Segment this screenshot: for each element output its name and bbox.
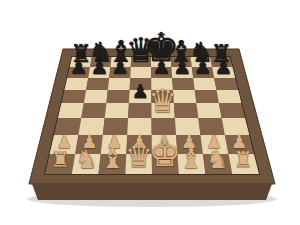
square-h4[interactable] [219, 103, 245, 118]
square-a4[interactable] [58, 103, 84, 118]
square-b5[interactable] [84, 90, 108, 103]
piece-black-pawn-g7[interactable]: ♟ [194, 57, 212, 77]
piece-white-queen-e4[interactable]: ♛ [149, 85, 178, 117]
piece-white-knight-g1[interactable]: ♞ [206, 146, 228, 171]
square-c5[interactable] [106, 90, 129, 103]
square-b4[interactable] [81, 103, 106, 118]
square-a5[interactable] [61, 90, 86, 103]
piece-black-pawn-h7[interactable]: ♟ [215, 57, 233, 77]
piece-white-king-e1[interactable]: ♚ [149, 136, 181, 172]
chess-board-photo: ♜♞♝♛♚♝♞♜♟♟♟♟♟♟♟♟♛♟♟♟♟♟♟♟♟♜♞♝♛♚♝♞♜ [0, 0, 300, 225]
piece-black-pawn-e7[interactable]: ♟ [153, 57, 171, 77]
piece-white-rook-a1[interactable]: ♜ [51, 149, 71, 171]
piece-white-bishop-c1[interactable]: ♝ [101, 144, 125, 171]
square-c4[interactable] [105, 103, 129, 118]
piece-white-bishop-f1[interactable]: ♝ [179, 144, 203, 171]
board-frame-front-edge [32, 184, 272, 200]
piece-white-rook-h1[interactable]: ♜ [234, 149, 254, 171]
square-g4[interactable] [196, 103, 221, 118]
square-h6[interactable] [214, 78, 238, 90]
piece-black-pawn-b7[interactable]: ♟ [90, 57, 108, 77]
piece-black-pawn-d5[interactable]: ♟ [132, 82, 149, 101]
square-h5[interactable] [217, 90, 242, 103]
piece-black-pawn-c7[interactable]: ♟ [111, 57, 129, 77]
square-c6[interactable] [108, 78, 130, 90]
square-g6[interactable] [193, 78, 216, 90]
square-b6[interactable] [86, 78, 109, 90]
piece-black-pawn-a7[interactable]: ♟ [70, 57, 88, 77]
square-g5[interactable] [195, 90, 219, 103]
square-a6[interactable] [64, 78, 88, 90]
square-f4[interactable] [174, 103, 198, 118]
piece-white-knight-b1[interactable]: ♞ [75, 146, 97, 171]
piece-black-pawn-f7[interactable]: ♟ [173, 57, 191, 77]
